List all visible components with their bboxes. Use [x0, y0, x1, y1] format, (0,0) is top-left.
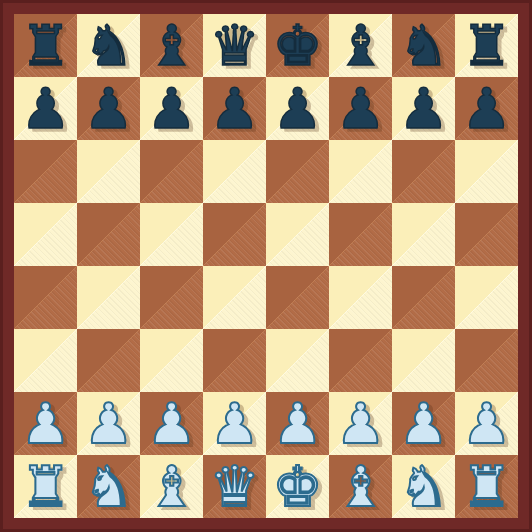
- piece-black-bishop[interactable]: ♝: [140, 14, 203, 77]
- square-a1[interactable]: ♜: [14, 455, 77, 518]
- square-c3[interactable]: [140, 329, 203, 392]
- square-h3[interactable]: [455, 329, 518, 392]
- piece-white-king[interactable]: ♚: [266, 455, 329, 518]
- piece-white-pawn[interactable]: ♟: [266, 392, 329, 455]
- square-g6[interactable]: [392, 140, 455, 203]
- piece-white-pawn[interactable]: ♟: [203, 392, 266, 455]
- piece-black-knight[interactable]: ♞: [77, 14, 140, 77]
- piece-black-pawn[interactable]: ♟: [266, 77, 329, 140]
- square-h7[interactable]: ♟: [455, 77, 518, 140]
- square-e7[interactable]: ♟: [266, 77, 329, 140]
- square-g8[interactable]: ♞: [392, 14, 455, 77]
- piece-white-bishop[interactable]: ♝: [140, 455, 203, 518]
- piece-black-pawn[interactable]: ♟: [140, 77, 203, 140]
- square-d3[interactable]: [203, 329, 266, 392]
- square-d8[interactable]: ♛: [203, 14, 266, 77]
- square-e2[interactable]: ♟: [266, 392, 329, 455]
- piece-white-knight[interactable]: ♞: [392, 455, 455, 518]
- square-b3[interactable]: [77, 329, 140, 392]
- square-a8[interactable]: ♜: [14, 14, 77, 77]
- piece-black-pawn[interactable]: ♟: [329, 77, 392, 140]
- piece-white-knight[interactable]: ♞: [77, 455, 140, 518]
- square-h5[interactable]: [455, 203, 518, 266]
- piece-white-pawn[interactable]: ♟: [329, 392, 392, 455]
- square-h8[interactable]: ♜: [455, 14, 518, 77]
- piece-white-pawn[interactable]: ♟: [14, 392, 77, 455]
- square-g2[interactable]: ♟: [392, 392, 455, 455]
- square-e6[interactable]: [266, 140, 329, 203]
- square-a2[interactable]: ♟: [14, 392, 77, 455]
- square-c1[interactable]: ♝: [140, 455, 203, 518]
- piece-black-pawn[interactable]: ♟: [203, 77, 266, 140]
- square-b5[interactable]: [77, 203, 140, 266]
- square-a3[interactable]: [14, 329, 77, 392]
- square-c6[interactable]: [140, 140, 203, 203]
- piece-white-pawn[interactable]: ♟: [77, 392, 140, 455]
- square-h6[interactable]: [455, 140, 518, 203]
- square-c7[interactable]: ♟: [140, 77, 203, 140]
- piece-black-pawn[interactable]: ♟: [392, 77, 455, 140]
- square-f5[interactable]: [329, 203, 392, 266]
- square-b7[interactable]: ♟: [77, 77, 140, 140]
- square-c5[interactable]: [140, 203, 203, 266]
- square-a7[interactable]: ♟: [14, 77, 77, 140]
- square-e3[interactable]: [266, 329, 329, 392]
- piece-black-rook[interactable]: ♜: [455, 14, 518, 77]
- square-f1[interactable]: ♝: [329, 455, 392, 518]
- piece-white-queen[interactable]: ♛: [203, 455, 266, 518]
- square-e5[interactable]: [266, 203, 329, 266]
- chess-board: ♜♞♝♛♚♝♞♜♟♟♟♟♟♟♟♟♟♟♟♟♟♟♟♟♜♞♝♛♚♝♞♜: [14, 14, 518, 518]
- square-d7[interactable]: ♟: [203, 77, 266, 140]
- square-b2[interactable]: ♟: [77, 392, 140, 455]
- square-b6[interactable]: [77, 140, 140, 203]
- square-d4[interactable]: [203, 266, 266, 329]
- square-g1[interactable]: ♞: [392, 455, 455, 518]
- piece-black-knight[interactable]: ♞: [392, 14, 455, 77]
- square-d2[interactable]: ♟: [203, 392, 266, 455]
- piece-black-rook[interactable]: ♜: [14, 14, 77, 77]
- square-f8[interactable]: ♝: [329, 14, 392, 77]
- piece-black-bishop[interactable]: ♝: [329, 14, 392, 77]
- square-a6[interactable]: [14, 140, 77, 203]
- square-h4[interactable]: [455, 266, 518, 329]
- piece-white-pawn[interactable]: ♟: [455, 392, 518, 455]
- piece-black-pawn[interactable]: ♟: [455, 77, 518, 140]
- piece-black-pawn[interactable]: ♟: [77, 77, 140, 140]
- piece-white-rook[interactable]: ♜: [14, 455, 77, 518]
- square-f2[interactable]: ♟: [329, 392, 392, 455]
- square-g4[interactable]: [392, 266, 455, 329]
- square-b4[interactable]: [77, 266, 140, 329]
- square-f3[interactable]: [329, 329, 392, 392]
- piece-white-rook[interactable]: ♜: [455, 455, 518, 518]
- piece-black-king[interactable]: ♚: [266, 14, 329, 77]
- square-c4[interactable]: [140, 266, 203, 329]
- square-g7[interactable]: ♟: [392, 77, 455, 140]
- chess-board-frame: ♜♞♝♛♚♝♞♜♟♟♟♟♟♟♟♟♟♟♟♟♟♟♟♟♜♞♝♛♚♝♞♜: [0, 0, 532, 532]
- square-f7[interactable]: ♟: [329, 77, 392, 140]
- square-f4[interactable]: [329, 266, 392, 329]
- square-d5[interactable]: [203, 203, 266, 266]
- piece-black-queen[interactable]: ♛: [203, 14, 266, 77]
- piece-white-pawn[interactable]: ♟: [392, 392, 455, 455]
- square-d1[interactable]: ♛: [203, 455, 266, 518]
- square-c8[interactable]: ♝: [140, 14, 203, 77]
- square-g3[interactable]: [392, 329, 455, 392]
- square-b1[interactable]: ♞: [77, 455, 140, 518]
- square-a5[interactable]: [14, 203, 77, 266]
- square-e8[interactable]: ♚: [266, 14, 329, 77]
- piece-white-pawn[interactable]: ♟: [140, 392, 203, 455]
- square-d6[interactable]: [203, 140, 266, 203]
- square-a4[interactable]: [14, 266, 77, 329]
- square-g5[interactable]: [392, 203, 455, 266]
- piece-white-bishop[interactable]: ♝: [329, 455, 392, 518]
- square-e4[interactable]: [266, 266, 329, 329]
- square-c2[interactable]: ♟: [140, 392, 203, 455]
- square-e1[interactable]: ♚: [266, 455, 329, 518]
- square-h1[interactable]: ♜: [455, 455, 518, 518]
- square-f6[interactable]: [329, 140, 392, 203]
- square-b8[interactable]: ♞: [77, 14, 140, 77]
- piece-black-pawn[interactable]: ♟: [14, 77, 77, 140]
- square-h2[interactable]: ♟: [455, 392, 518, 455]
